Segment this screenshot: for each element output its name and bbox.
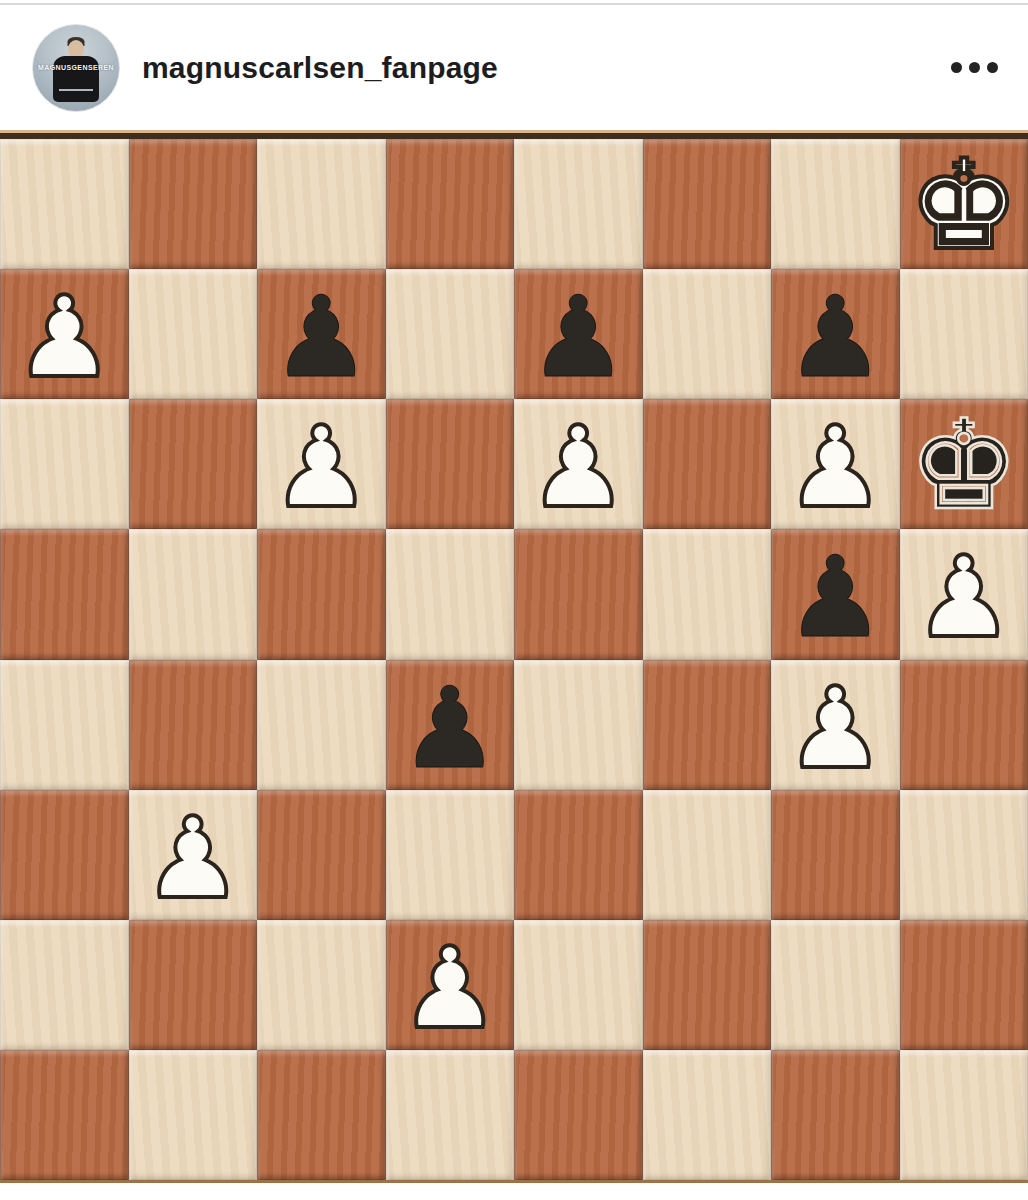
square-g5: ♟ xyxy=(771,529,900,659)
square-d6 xyxy=(386,399,515,529)
black-pawn-c7: ♟ xyxy=(271,281,371,393)
square-g3 xyxy=(771,790,900,920)
board-top-border xyxy=(0,130,1028,139)
square-f3 xyxy=(643,790,772,920)
square-c3 xyxy=(257,790,386,920)
square-e1 xyxy=(514,1050,643,1180)
square-a7: ♟ xyxy=(0,269,129,399)
square-h3 xyxy=(900,790,1028,920)
square-a4 xyxy=(0,660,129,790)
white-pawn-c6: ♟ xyxy=(271,411,371,523)
square-f5 xyxy=(643,529,772,659)
square-c1 xyxy=(257,1050,386,1180)
square-e2 xyxy=(514,920,643,1050)
square-h7 xyxy=(900,269,1028,399)
square-e3 xyxy=(514,790,643,920)
square-d8 xyxy=(386,139,515,269)
post-header: MAGNUSGENSEREN magnuscarlsen_fanpage xyxy=(0,5,1028,130)
square-g6: ♟ xyxy=(771,399,900,529)
white-pawn-g6: ♟ xyxy=(785,411,885,523)
three-dots-icon xyxy=(969,62,980,73)
square-b7 xyxy=(129,269,258,399)
avatar-figure-hem xyxy=(59,89,93,91)
avatar-sweater-text: MAGNUSGENSEREN xyxy=(33,64,119,71)
square-g8 xyxy=(771,139,900,269)
square-a5 xyxy=(0,529,129,659)
square-e6: ♟ xyxy=(514,399,643,529)
square-f7 xyxy=(643,269,772,399)
square-h6: ♚ xyxy=(900,399,1028,529)
square-a6 xyxy=(0,399,129,529)
square-g2 xyxy=(771,920,900,1050)
black-pawn-d4: ♟ xyxy=(400,672,500,784)
square-h5: ♟ xyxy=(900,529,1028,659)
username[interactable]: magnuscarlsen_fanpage xyxy=(142,51,498,85)
square-d5 xyxy=(386,529,515,659)
white-pawn-a7: ♟ xyxy=(14,281,114,393)
avatar[interactable]: MAGNUSGENSEREN xyxy=(32,24,120,112)
square-a8 xyxy=(0,139,129,269)
square-g1 xyxy=(771,1050,900,1180)
square-d3 xyxy=(386,790,515,920)
square-e5 xyxy=(514,529,643,659)
white-pawn-d2: ♟ xyxy=(400,932,500,1044)
square-a3 xyxy=(0,790,129,920)
square-c6: ♟ xyxy=(257,399,386,529)
square-c5 xyxy=(257,529,386,659)
white-king-h8: ♚ xyxy=(908,143,1019,267)
three-dots-icon xyxy=(951,62,962,73)
square-h4 xyxy=(900,660,1028,790)
white-pawn-g4: ♟ xyxy=(785,672,885,784)
square-f6 xyxy=(643,399,772,529)
square-h2 xyxy=(900,920,1028,1050)
black-pawn-g5: ♟ xyxy=(785,541,885,653)
square-h8: ♚ xyxy=(900,139,1028,269)
square-f2 xyxy=(643,920,772,1050)
square-d1 xyxy=(386,1050,515,1180)
square-e4 xyxy=(514,660,643,790)
square-a1 xyxy=(0,1050,129,1180)
square-e8 xyxy=(514,139,643,269)
avatar-figure-sweater xyxy=(53,56,99,102)
square-b1 xyxy=(129,1050,258,1180)
square-e7: ♟ xyxy=(514,269,643,399)
square-f4 xyxy=(643,660,772,790)
square-f1 xyxy=(643,1050,772,1180)
chess-board[interactable]: ♚♟♟♟♟♟♟♟♚♟♟♟♟♟♟ xyxy=(0,139,1028,1180)
square-a2 xyxy=(0,920,129,1050)
square-g4: ♟ xyxy=(771,660,900,790)
square-d2: ♟ xyxy=(386,920,515,1050)
white-pawn-e6: ♟ xyxy=(528,411,628,523)
board-bottom-border xyxy=(0,1180,1028,1183)
square-c7: ♟ xyxy=(257,269,386,399)
square-g7: ♟ xyxy=(771,269,900,399)
square-d4: ♟ xyxy=(386,660,515,790)
square-b2 xyxy=(129,920,258,1050)
black-king-h6: ♚ xyxy=(908,403,1019,527)
white-pawn-h5: ♟ xyxy=(914,541,1014,653)
black-pawn-e7: ♟ xyxy=(528,281,628,393)
three-dots-icon xyxy=(987,62,998,73)
square-f8 xyxy=(643,139,772,269)
square-h1 xyxy=(900,1050,1028,1180)
square-b5 xyxy=(129,529,258,659)
square-c2 xyxy=(257,920,386,1050)
square-b8 xyxy=(129,139,258,269)
square-b3: ♟ xyxy=(129,790,258,920)
instagram-post: MAGNUSGENSEREN magnuscarlsen_fanpage ♚♟♟… xyxy=(0,0,1028,1200)
white-pawn-b3: ♟ xyxy=(143,802,243,914)
square-c4 xyxy=(257,660,386,790)
square-d7 xyxy=(386,269,515,399)
square-c8 xyxy=(257,139,386,269)
black-pawn-g7: ♟ xyxy=(785,281,885,393)
more-options-button[interactable] xyxy=(949,52,1000,83)
square-b4 xyxy=(129,660,258,790)
square-b6 xyxy=(129,399,258,529)
